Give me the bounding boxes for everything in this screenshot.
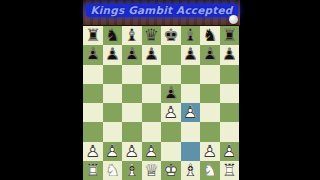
square-f1[interactable]: ♝♗ — [181, 161, 201, 180]
square-d1[interactable]: ♛♕ — [142, 161, 162, 180]
white-pawn-icon: ♟♙ — [83, 142, 102, 161]
square-e5[interactable]: ♟♙ — [161, 84, 181, 103]
piece-outline-glyph: ♗ — [122, 161, 141, 180]
square-b2[interactable]: ♟♙ — [103, 142, 123, 161]
white-pawn-icon: ♟♙ — [142, 142, 161, 161]
black-pawn-icon: ♟♙ — [103, 45, 122, 64]
square-e3[interactable] — [161, 122, 181, 141]
square-h5[interactable] — [220, 84, 240, 103]
piece-outline-glyph: ♙ — [200, 45, 219, 64]
piece-outline-glyph: ♘ — [200, 161, 219, 180]
video-title: Kings Gambit Accepted — [85, 4, 237, 17]
square-g8[interactable]: ♞♘ — [200, 26, 220, 45]
square-a7[interactable]: ♟♙ — [83, 45, 103, 64]
piece-outline-glyph: ♙ — [181, 103, 200, 122]
square-d5[interactable] — [142, 84, 162, 103]
square-c5[interactable] — [122, 84, 142, 103]
square-b3[interactable] — [103, 122, 123, 141]
piece-outline-glyph: ♖ — [83, 26, 102, 45]
square-c7[interactable]: ♟♙ — [122, 45, 142, 64]
square-b6[interactable] — [103, 65, 123, 84]
white-rook-icon: ♜♖ — [83, 161, 102, 180]
square-e4[interactable]: ♟♙ — [161, 103, 181, 122]
square-d8[interactable]: ♛♕ — [142, 26, 162, 45]
square-d2[interactable]: ♟♙ — [142, 142, 162, 161]
square-f2[interactable] — [181, 142, 201, 161]
white-pawn-icon: ♟♙ — [200, 142, 219, 161]
black-pawn-icon: ♟♙ — [122, 45, 141, 64]
white-queen-icon: ♛♕ — [142, 161, 161, 180]
piece-outline-glyph: ♙ — [83, 45, 102, 64]
piece-outline-glyph: ♙ — [122, 142, 141, 161]
black-pawn-icon: ♟♙ — [181, 45, 200, 64]
square-g1[interactable]: ♞♘ — [200, 161, 220, 180]
piece-outline-glyph: ♗ — [181, 26, 200, 45]
letterbox-left — [0, 0, 83, 180]
black-pawn-icon: ♟♙ — [83, 45, 102, 64]
piece-outline-glyph: ♙ — [181, 45, 200, 64]
square-d4[interactable] — [142, 103, 162, 122]
black-knight-icon: ♞♘ — [103, 26, 122, 45]
square-e8[interactable]: ♚♔ — [161, 26, 181, 45]
black-rook-icon: ♜♖ — [220, 26, 239, 45]
square-c4[interactable] — [122, 103, 142, 122]
piece-outline-glyph: ♘ — [200, 26, 219, 45]
square-d6[interactable] — [142, 65, 162, 84]
square-f3[interactable] — [181, 122, 201, 141]
black-pawn-icon: ♟♙ — [161, 84, 180, 103]
square-f6[interactable] — [181, 65, 201, 84]
square-e2[interactable] — [161, 142, 181, 161]
piece-outline-glyph: ♙ — [122, 45, 141, 64]
black-bishop-icon: ♝♗ — [122, 26, 141, 45]
square-e1[interactable]: ♚♔ — [161, 161, 181, 180]
white-knight-icon: ♞♘ — [200, 161, 219, 180]
square-a8[interactable]: ♜♖ — [83, 26, 103, 45]
black-king-icon: ♚♔ — [161, 26, 180, 45]
piece-outline-glyph: ♘ — [103, 161, 122, 180]
piece-outline-glyph: ♖ — [83, 161, 102, 180]
square-g5[interactable] — [200, 84, 220, 103]
piece-outline-glyph: ♘ — [103, 26, 122, 45]
square-a6[interactable] — [83, 65, 103, 84]
white-pawn-icon: ♟♙ — [161, 103, 180, 122]
black-queen-icon: ♛♕ — [142, 26, 161, 45]
piece-outline-glyph: ♙ — [220, 45, 239, 64]
white-pawn-icon: ♟♙ — [122, 142, 141, 161]
square-a1[interactable]: ♜♖ — [83, 161, 103, 180]
square-g4[interactable] — [200, 103, 220, 122]
piece-outline-glyph: ♕ — [142, 26, 161, 45]
square-h1[interactable]: ♜♖ — [220, 161, 240, 180]
piece-outline-glyph: ♔ — [161, 161, 180, 180]
white-knight-icon: ♞♘ — [103, 161, 122, 180]
square-e7[interactable] — [161, 45, 181, 64]
piece-outline-glyph: ♙ — [161, 84, 180, 103]
square-b1[interactable]: ♞♘ — [103, 161, 123, 180]
black-rook-icon: ♜♖ — [83, 26, 102, 45]
square-a5[interactable] — [83, 84, 103, 103]
white-pawn-icon: ♟♙ — [181, 103, 200, 122]
piece-outline-glyph: ♙ — [161, 103, 180, 122]
black-knight-icon: ♞♘ — [200, 26, 219, 45]
square-d3[interactable] — [142, 122, 162, 141]
piece-outline-glyph: ♙ — [83, 142, 102, 161]
piece-outline-glyph: ♙ — [142, 45, 161, 64]
square-b7[interactable]: ♟♙ — [103, 45, 123, 64]
black-bishop-icon: ♝♗ — [181, 26, 200, 45]
piece-outline-glyph: ♙ — [220, 142, 239, 161]
square-a2[interactable]: ♟♙ — [83, 142, 103, 161]
square-g3[interactable] — [200, 122, 220, 141]
square-c6[interactable] — [122, 65, 142, 84]
square-h7[interactable]: ♟♙ — [220, 45, 240, 64]
square-d7[interactable]: ♟♙ — [142, 45, 162, 64]
black-pawn-icon: ♟♙ — [200, 45, 219, 64]
piece-outline-glyph: ♔ — [161, 26, 180, 45]
piece-outline-glyph: ♙ — [103, 142, 122, 161]
square-f5[interactable] — [181, 84, 201, 103]
square-c2[interactable]: ♟♙ — [122, 142, 142, 161]
square-c3[interactable] — [122, 122, 142, 141]
piece-outline-glyph: ♙ — [103, 45, 122, 64]
square-c1[interactable]: ♝♗ — [122, 161, 142, 180]
square-f7[interactable]: ♟♙ — [181, 45, 201, 64]
piece-outline-glyph: ♙ — [142, 142, 161, 161]
square-g7[interactable]: ♟♙ — [200, 45, 220, 64]
square-h4[interactable] — [220, 103, 240, 122]
square-b8[interactable]: ♞♘ — [103, 26, 123, 45]
piece-outline-glyph: ♙ — [200, 142, 219, 161]
white-pawn-icon: ♟♙ — [103, 142, 122, 161]
white-pawn-icon: ♟♙ — [220, 142, 239, 161]
video-frame: Kings Gambit Accepted ♜♖♞♘♝♗♛♕♚♔♝♗♞♘♜♖♟♙… — [0, 0, 320, 180]
piece-outline-glyph: ♖ — [220, 26, 239, 45]
white-bishop-icon: ♝♗ — [122, 161, 141, 180]
white-rook-icon: ♜♖ — [220, 161, 239, 180]
black-pawn-icon: ♟♙ — [142, 45, 161, 64]
app-content: Kings Gambit Accepted ♜♖♞♘♝♗♛♕♚♔♝♗♞♘♜♖♟♙… — [83, 0, 240, 180]
square-h3[interactable] — [220, 122, 240, 141]
square-a4[interactable] — [83, 103, 103, 122]
chess-board: ♜♖♞♘♝♗♛♕♚♔♝♗♞♘♜♖♟♙♟♙♟♙♟♙♟♙♟♙♟♙♟♙♟♙♟♙♟♙♟♙… — [83, 26, 239, 180]
square-e6[interactable] — [161, 65, 181, 84]
square-f4[interactable]: ♟♙ — [181, 103, 201, 122]
square-b5[interactable] — [103, 84, 123, 103]
piece-outline-glyph: ♕ — [142, 161, 161, 180]
white-ball-decoration — [229, 15, 238, 24]
square-f8[interactable]: ♝♗ — [181, 26, 201, 45]
square-g2[interactable]: ♟♙ — [200, 142, 220, 161]
piece-outline-glyph: ♖ — [220, 161, 239, 180]
square-h8[interactable]: ♜♖ — [220, 26, 240, 45]
piece-outline-glyph: ♗ — [122, 26, 141, 45]
black-pawn-icon: ♟♙ — [220, 45, 239, 64]
piece-outline-glyph: ♗ — [181, 161, 200, 180]
square-h2[interactable]: ♟♙ — [220, 142, 240, 161]
white-bishop-icon: ♝♗ — [181, 161, 200, 180]
square-g6[interactable] — [200, 65, 220, 84]
letterbox-right — [240, 0, 320, 180]
white-king-icon: ♚♔ — [161, 161, 180, 180]
square-h6[interactable] — [220, 65, 240, 84]
square-c8[interactable]: ♝♗ — [122, 26, 142, 45]
square-b4[interactable] — [103, 103, 123, 122]
square-a3[interactable] — [83, 122, 103, 141]
